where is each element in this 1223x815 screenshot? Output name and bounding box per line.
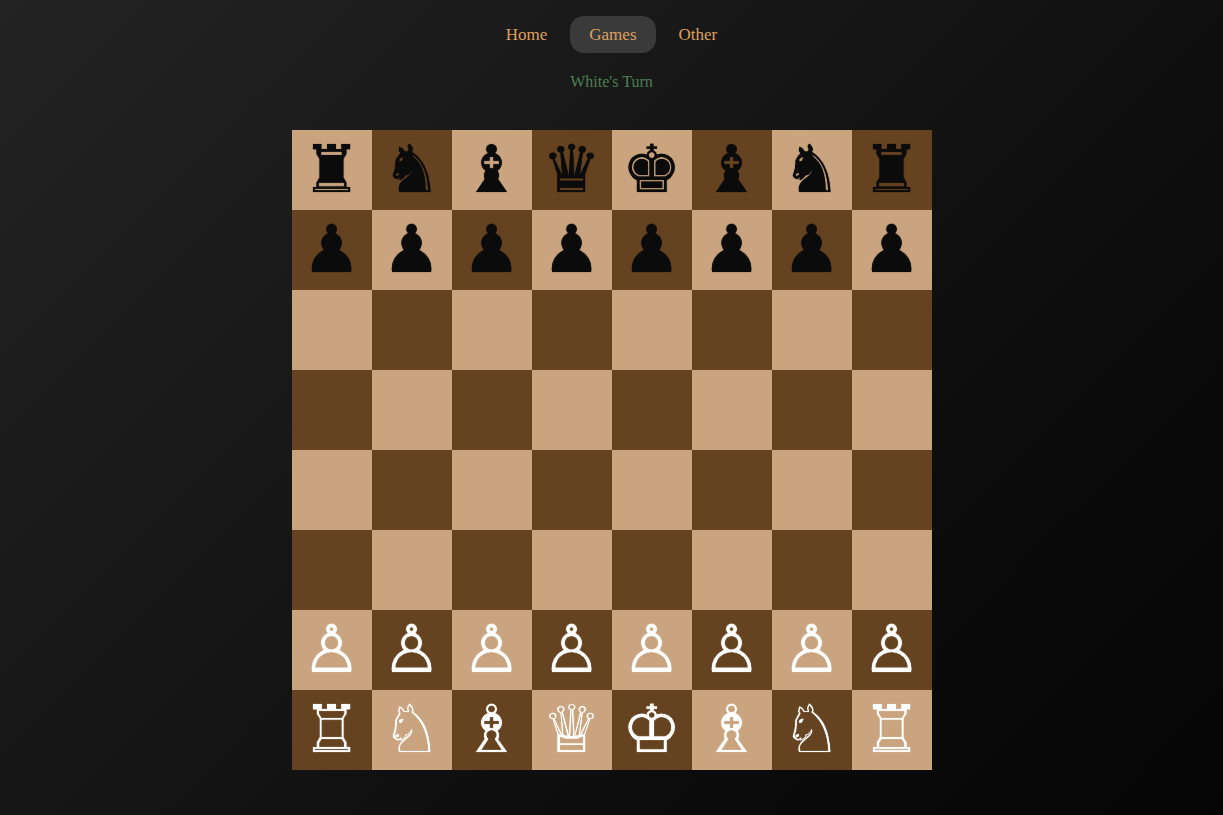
black-pawn[interactable]: ♟ [622,210,681,290]
square-b7[interactable]: ♟ [372,210,452,290]
white-pawn[interactable]: ♙ [622,610,681,690]
white-knight[interactable]: ♘ [382,690,441,770]
white-king[interactable]: ♔ [622,690,681,770]
square-d6[interactable] [532,290,612,370]
square-a6[interactable] [292,290,372,370]
square-a8[interactable]: ♜ [292,130,372,210]
top-navigation: Home Games Other [0,0,1223,53]
square-h5[interactable] [852,370,932,450]
white-rook[interactable]: ♖ [862,690,921,770]
black-knight[interactable]: ♞ [382,130,441,210]
square-f2[interactable]: ♙ [692,610,772,690]
white-bishop[interactable]: ♗ [702,690,761,770]
turn-indicator: White's Turn [0,74,1223,90]
black-rook[interactable]: ♜ [862,130,921,210]
square-b5[interactable] [372,370,452,450]
white-pawn[interactable]: ♙ [542,610,601,690]
square-h3[interactable] [852,530,932,610]
black-pawn[interactable]: ♟ [542,210,601,290]
square-c4[interactable] [452,450,532,530]
square-h4[interactable] [852,450,932,530]
white-rook[interactable]: ♖ [302,690,361,770]
square-e1[interactable]: ♔ [612,690,692,770]
square-d5[interactable] [532,370,612,450]
black-pawn[interactable]: ♟ [302,210,361,290]
black-pawn[interactable]: ♟ [462,210,521,290]
chess-board: ♜♞♝♛♚♝♞♜♟♟♟♟♟♟♟♟♙♙♙♙♙♙♙♙♖♘♗♕♔♗♘♖ [292,130,932,770]
square-f1[interactable]: ♗ [692,690,772,770]
nav-item-other[interactable]: Other [660,16,737,53]
square-a3[interactable] [292,530,372,610]
square-h1[interactable]: ♖ [852,690,932,770]
square-b8[interactable]: ♞ [372,130,452,210]
white-pawn[interactable]: ♙ [782,610,841,690]
black-rook[interactable]: ♜ [302,130,361,210]
square-d4[interactable] [532,450,612,530]
square-c1[interactable]: ♗ [452,690,532,770]
square-a2[interactable]: ♙ [292,610,372,690]
square-d8[interactable]: ♛ [532,130,612,210]
square-g3[interactable] [772,530,852,610]
square-c7[interactable]: ♟ [452,210,532,290]
square-e4[interactable] [612,450,692,530]
square-d3[interactable] [532,530,612,610]
white-queen[interactable]: ♕ [542,690,601,770]
black-bishop[interactable]: ♝ [702,130,761,210]
square-h7[interactable]: ♟ [852,210,932,290]
nav-item-games[interactable]: Games [570,16,655,53]
white-pawn[interactable]: ♙ [302,610,361,690]
square-b6[interactable] [372,290,452,370]
square-h6[interactable] [852,290,932,370]
square-e3[interactable] [612,530,692,610]
square-c2[interactable]: ♙ [452,610,532,690]
white-pawn[interactable]: ♙ [862,610,921,690]
square-b2[interactable]: ♙ [372,610,452,690]
square-g5[interactable] [772,370,852,450]
square-g1[interactable]: ♘ [772,690,852,770]
square-f6[interactable] [692,290,772,370]
square-h2[interactable]: ♙ [852,610,932,690]
black-king[interactable]: ♚ [622,130,681,210]
square-c6[interactable] [452,290,532,370]
square-c8[interactable]: ♝ [452,130,532,210]
square-h8[interactable]: ♜ [852,130,932,210]
square-d1[interactable]: ♕ [532,690,612,770]
white-knight[interactable]: ♘ [782,690,841,770]
black-queen[interactable]: ♛ [542,130,601,210]
black-knight[interactable]: ♞ [782,130,841,210]
square-g2[interactable]: ♙ [772,610,852,690]
square-e8[interactable]: ♚ [612,130,692,210]
square-a4[interactable] [292,450,372,530]
square-f4[interactable] [692,450,772,530]
square-g7[interactable]: ♟ [772,210,852,290]
white-pawn[interactable]: ♙ [382,610,441,690]
square-a7[interactable]: ♟ [292,210,372,290]
white-pawn[interactable]: ♙ [462,610,521,690]
square-f3[interactable] [692,530,772,610]
square-b4[interactable] [372,450,452,530]
square-a5[interactable] [292,370,372,450]
square-d7[interactable]: ♟ [532,210,612,290]
square-e2[interactable]: ♙ [612,610,692,690]
square-e7[interactable]: ♟ [612,210,692,290]
square-f7[interactable]: ♟ [692,210,772,290]
square-g6[interactable] [772,290,852,370]
white-pawn[interactable]: ♙ [702,610,761,690]
white-bishop[interactable]: ♗ [462,690,521,770]
black-bishop[interactable]: ♝ [462,130,521,210]
square-f5[interactable] [692,370,772,450]
square-a1[interactable]: ♖ [292,690,372,770]
square-c5[interactable] [452,370,532,450]
square-b1[interactable]: ♘ [372,690,452,770]
square-b3[interactable] [372,530,452,610]
square-e5[interactable] [612,370,692,450]
square-g4[interactable] [772,450,852,530]
black-pawn[interactable]: ♟ [702,210,761,290]
square-f8[interactable]: ♝ [692,130,772,210]
black-pawn[interactable]: ♟ [862,210,921,290]
square-e6[interactable] [612,290,692,370]
black-pawn[interactable]: ♟ [382,210,441,290]
square-c3[interactable] [452,530,532,610]
black-pawn[interactable]: ♟ [782,210,841,290]
square-g8[interactable]: ♞ [772,130,852,210]
square-d2[interactable]: ♙ [532,610,612,690]
nav-item-home[interactable]: Home [487,16,567,53]
